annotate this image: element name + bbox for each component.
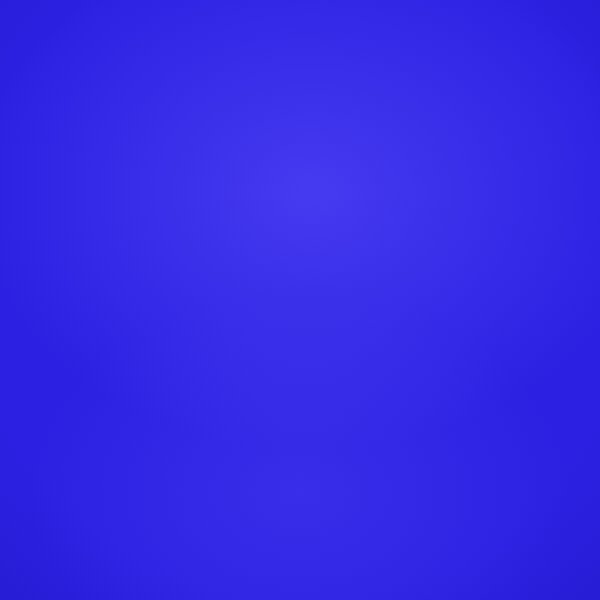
go-set-photo <box>0 0 600 600</box>
photo-backdrop <box>0 0 600 600</box>
